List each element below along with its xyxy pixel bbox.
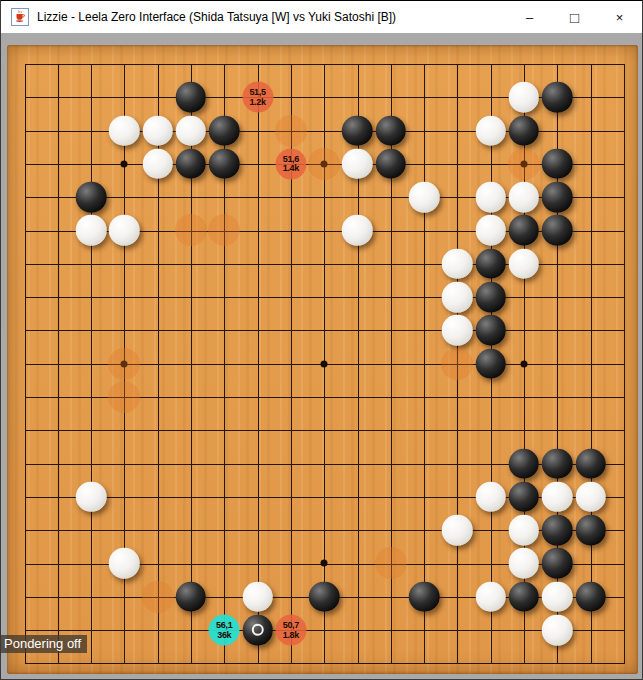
board-point[interactable] — [208, 380, 241, 413]
board-point[interactable] — [607, 347, 638, 380]
board-point[interactable]: 51,51.2k — [241, 81, 274, 114]
board-point[interactable] — [574, 414, 607, 447]
board-point[interactable] — [241, 214, 274, 247]
board-point[interactable]: 51,61.4k — [274, 147, 307, 180]
board-point[interactable] — [141, 280, 174, 313]
board-point[interactable] — [241, 514, 274, 547]
board-point[interactable] — [308, 314, 341, 347]
board-point[interactable] — [374, 414, 407, 447]
board-point[interactable] — [74, 514, 107, 547]
board-point[interactable] — [241, 414, 274, 447]
board-point[interactable] — [607, 81, 638, 114]
board-point[interactable] — [274, 181, 307, 214]
board-point[interactable] — [341, 380, 374, 413]
board-point[interactable] — [441, 81, 474, 114]
board-point[interactable] — [574, 81, 607, 114]
board-point[interactable] — [41, 47, 74, 80]
board-point[interactable] — [441, 514, 474, 547]
board-point[interactable] — [341, 580, 374, 613]
board-point[interactable] — [341, 447, 374, 480]
board-point[interactable] — [308, 81, 341, 114]
board-point[interactable] — [174, 580, 207, 613]
board-point[interactable] — [374, 447, 407, 480]
board-point[interactable] — [541, 214, 574, 247]
board-point[interactable] — [208, 47, 241, 80]
board-point[interactable] — [574, 214, 607, 247]
board-point[interactable] — [41, 81, 74, 114]
board-point[interactable] — [607, 247, 638, 280]
board-point[interactable] — [341, 480, 374, 513]
board-point[interactable] — [174, 380, 207, 413]
board-point[interactable] — [407, 147, 440, 180]
board-point[interactable] — [308, 613, 341, 646]
board-point[interactable] — [241, 314, 274, 347]
minimize-button[interactable]: – — [507, 1, 552, 33]
board-point[interactable] — [474, 214, 507, 247]
board-point[interactable] — [108, 214, 141, 247]
board-point[interactable] — [41, 514, 74, 547]
board-point[interactable] — [108, 280, 141, 313]
board-point[interactable] — [8, 280, 41, 313]
board-point[interactable] — [174, 147, 207, 180]
board-point[interactable] — [8, 47, 41, 80]
board-point[interactable] — [174, 480, 207, 513]
board-point[interactable] — [274, 81, 307, 114]
board-point[interactable] — [507, 414, 540, 447]
board-point[interactable] — [208, 147, 241, 180]
board-point[interactable] — [607, 314, 638, 347]
board-point[interactable] — [108, 81, 141, 114]
board-point[interactable] — [341, 514, 374, 547]
board-point[interactable] — [108, 147, 141, 180]
board-point[interactable] — [541, 147, 574, 180]
board-point[interactable] — [507, 347, 540, 380]
board-point[interactable] — [208, 547, 241, 580]
board-point[interactable] — [8, 181, 41, 214]
board-point[interactable] — [241, 280, 274, 313]
board-point[interactable] — [8, 114, 41, 147]
board-point[interactable] — [174, 613, 207, 646]
board-point[interactable] — [407, 414, 440, 447]
board-point[interactable] — [141, 181, 174, 214]
board-point[interactable] — [574, 580, 607, 613]
board-point[interactable] — [441, 547, 474, 580]
board-point[interactable] — [8, 147, 41, 180]
board-point[interactable] — [574, 347, 607, 380]
board-point[interactable] — [341, 181, 374, 214]
board-point[interactable] — [607, 380, 638, 413]
board-point[interactable] — [507, 81, 540, 114]
board-point[interactable] — [374, 214, 407, 247]
board-point[interactable] — [174, 280, 207, 313]
board-point[interactable] — [208, 480, 241, 513]
board-point[interactable] — [341, 147, 374, 180]
board-point[interactable] — [441, 647, 474, 674]
board-point[interactable] — [474, 647, 507, 674]
board-point[interactable] — [8, 514, 41, 547]
board-point[interactable] — [241, 47, 274, 80]
board-point[interactable] — [374, 647, 407, 674]
board-point[interactable] — [274, 514, 307, 547]
board-point[interactable] — [208, 214, 241, 247]
board-point[interactable] — [241, 147, 274, 180]
board-point[interactable] — [74, 47, 107, 80]
board-point[interactable] — [474, 514, 507, 547]
board-point[interactable] — [341, 247, 374, 280]
board-point[interactable] — [308, 247, 341, 280]
board-point[interactable] — [541, 547, 574, 580]
board-point[interactable] — [507, 181, 540, 214]
go-board[interactable]: 51,51.2k51,61.4k56,136k50,71.8k — [7, 45, 638, 674]
board-point[interactable] — [74, 114, 107, 147]
board-point[interactable] — [8, 414, 41, 447]
board-point[interactable] — [474, 81, 507, 114]
board-point[interactable] — [507, 214, 540, 247]
board-point[interactable] — [407, 314, 440, 347]
board-point[interactable] — [41, 214, 74, 247]
board-point[interactable] — [108, 447, 141, 480]
board-point[interactable] — [174, 447, 207, 480]
board-point[interactable] — [541, 114, 574, 147]
board-point[interactable] — [474, 314, 507, 347]
board-point[interactable] — [208, 347, 241, 380]
board-point[interactable]: 56,136k — [208, 613, 241, 646]
board-point[interactable] — [607, 480, 638, 513]
board-point[interactable] — [241, 114, 274, 147]
board-point[interactable] — [74, 314, 107, 347]
board-point[interactable] — [141, 547, 174, 580]
board-point[interactable] — [341, 47, 374, 80]
board-point[interactable] — [174, 214, 207, 247]
board-point[interactable] — [174, 114, 207, 147]
close-button[interactable]: × — [597, 1, 642, 33]
board-point[interactable] — [41, 247, 74, 280]
board-point[interactable] — [607, 447, 638, 480]
board-point[interactable] — [241, 447, 274, 480]
board-point[interactable] — [8, 380, 41, 413]
board-point[interactable] — [74, 447, 107, 480]
board-point[interactable] — [574, 647, 607, 674]
board-point[interactable] — [208, 81, 241, 114]
board-point[interactable] — [141, 314, 174, 347]
board-point[interactable] — [474, 613, 507, 646]
board-point[interactable] — [441, 347, 474, 380]
board-point[interactable] — [474, 47, 507, 80]
board-point[interactable] — [574, 181, 607, 214]
board-point[interactable] — [407, 247, 440, 280]
board-point[interactable] — [141, 580, 174, 613]
maximize-button[interactable]: □ — [552, 1, 597, 33]
board-point[interactable] — [274, 480, 307, 513]
board-point[interactable] — [208, 447, 241, 480]
board-point[interactable] — [308, 514, 341, 547]
board-point[interactable] — [141, 214, 174, 247]
board-point[interactable] — [174, 514, 207, 547]
board-point[interactable] — [308, 447, 341, 480]
board-point[interactable] — [507, 647, 540, 674]
board-point[interactable] — [474, 114, 507, 147]
board-point[interactable] — [607, 47, 638, 80]
board-point[interactable] — [274, 280, 307, 313]
board-point[interactable] — [308, 580, 341, 613]
board-point[interactable] — [208, 580, 241, 613]
board-point[interactable] — [8, 547, 41, 580]
board-point[interactable] — [541, 580, 574, 613]
board-point[interactable] — [141, 47, 174, 80]
board-point[interactable] — [574, 314, 607, 347]
board-point[interactable] — [308, 114, 341, 147]
board-point[interactable] — [407, 47, 440, 80]
board-point[interactable] — [308, 181, 341, 214]
board-point[interactable] — [441, 414, 474, 447]
board-point[interactable] — [108, 114, 141, 147]
board-point[interactable] — [407, 214, 440, 247]
board-point[interactable] — [507, 380, 540, 413]
move-suggestion[interactable]: 50,71.8k — [275, 615, 306, 646]
board-point[interactable] — [474, 447, 507, 480]
board-point[interactable] — [74, 81, 107, 114]
board-point[interactable] — [474, 247, 507, 280]
board-point[interactable] — [574, 547, 607, 580]
board-point[interactable] — [141, 514, 174, 547]
board-point[interactable] — [541, 380, 574, 413]
board-point[interactable] — [574, 380, 607, 413]
board-point[interactable] — [208, 514, 241, 547]
board-point[interactable] — [474, 347, 507, 380]
board-point[interactable] — [441, 47, 474, 80]
board-point[interactable] — [607, 214, 638, 247]
board-point[interactable] — [74, 214, 107, 247]
board-point[interactable] — [441, 480, 474, 513]
board-point[interactable] — [8, 480, 41, 513]
board-point[interactable] — [141, 613, 174, 646]
board-point[interactable] — [341, 414, 374, 447]
board-point[interactable] — [607, 514, 638, 547]
board-point[interactable] — [441, 214, 474, 247]
board-point[interactable] — [274, 47, 307, 80]
board-point[interactable] — [74, 280, 107, 313]
board-point[interactable] — [41, 580, 74, 613]
board-point[interactable] — [108, 47, 141, 80]
board-point[interactable] — [541, 47, 574, 80]
board-point[interactable] — [374, 480, 407, 513]
board-point[interactable] — [141, 414, 174, 447]
board-point[interactable] — [441, 580, 474, 613]
board-point[interactable] — [308, 414, 341, 447]
board-point[interactable] — [341, 114, 374, 147]
board-point[interactable] — [374, 147, 407, 180]
board-point[interactable] — [241, 547, 274, 580]
board-point[interactable] — [474, 414, 507, 447]
board-point[interactable] — [474, 280, 507, 313]
board-point[interactable] — [341, 347, 374, 380]
board-point[interactable] — [541, 314, 574, 347]
board-point[interactable] — [507, 613, 540, 646]
board-point[interactable] — [274, 114, 307, 147]
board-point[interactable] — [407, 81, 440, 114]
board-point[interactable]: 50,71.8k — [274, 613, 307, 646]
board-point[interactable] — [507, 114, 540, 147]
board-point[interactable] — [507, 480, 540, 513]
board-point[interactable] — [241, 247, 274, 280]
board-point[interactable] — [74, 181, 107, 214]
board-point[interactable] — [274, 214, 307, 247]
board-point[interactable] — [8, 214, 41, 247]
board-point[interactable] — [241, 480, 274, 513]
board-point[interactable] — [541, 414, 574, 447]
board-point[interactable] — [541, 280, 574, 313]
board-point[interactable] — [407, 347, 440, 380]
board-point[interactable] — [308, 647, 341, 674]
board-point[interactable] — [441, 314, 474, 347]
board-point[interactable] — [41, 547, 74, 580]
board-point[interactable] — [541, 514, 574, 547]
board-point[interactable] — [374, 514, 407, 547]
board-point[interactable] — [407, 114, 440, 147]
board-point[interactable] — [108, 580, 141, 613]
board-point[interactable] — [574, 247, 607, 280]
board-point[interactable] — [208, 247, 241, 280]
board-point[interactable] — [174, 647, 207, 674]
board-point[interactable] — [41, 280, 74, 313]
board-point[interactable] — [374, 280, 407, 313]
board-point[interactable] — [607, 580, 638, 613]
board-point[interactable] — [507, 447, 540, 480]
move-suggestion[interactable]: 51,61.4k — [275, 148, 306, 179]
board-point[interactable] — [41, 114, 74, 147]
board-point[interactable] — [407, 380, 440, 413]
board-point[interactable] — [41, 181, 74, 214]
board-point[interactable] — [607, 114, 638, 147]
board-point[interactable] — [441, 613, 474, 646]
board-point[interactable] — [8, 580, 41, 613]
board-point[interactable] — [74, 480, 107, 513]
board-point[interactable] — [407, 613, 440, 646]
board-point[interactable] — [507, 314, 540, 347]
board-point[interactable] — [74, 247, 107, 280]
board-point[interactable] — [374, 181, 407, 214]
board-point[interactable] — [208, 647, 241, 674]
board-point[interactable] — [541, 347, 574, 380]
board-point[interactable] — [141, 380, 174, 413]
board-point[interactable] — [441, 280, 474, 313]
board-point[interactable] — [374, 114, 407, 147]
board-point[interactable] — [374, 380, 407, 413]
board-point[interactable] — [308, 280, 341, 313]
board-point[interactable] — [441, 181, 474, 214]
board-point[interactable] — [474, 147, 507, 180]
board-point[interactable] — [474, 380, 507, 413]
board-point[interactable] — [274, 247, 307, 280]
board-point[interactable] — [8, 81, 41, 114]
board-point[interactable] — [341, 81, 374, 114]
board-point[interactable] — [108, 181, 141, 214]
board-point[interactable] — [141, 480, 174, 513]
board-point[interactable] — [108, 613, 141, 646]
board-point[interactable] — [541, 613, 574, 646]
board-point[interactable] — [74, 580, 107, 613]
board-point[interactable] — [74, 380, 107, 413]
board-point[interactable] — [407, 480, 440, 513]
board-point[interactable] — [574, 47, 607, 80]
board-point[interactable] — [208, 280, 241, 313]
board-point[interactable] — [474, 181, 507, 214]
board-point[interactable] — [108, 414, 141, 447]
board-point[interactable] — [274, 347, 307, 380]
board-point[interactable] — [241, 181, 274, 214]
board-point[interactable] — [441, 380, 474, 413]
board-point[interactable] — [541, 181, 574, 214]
board-point[interactable] — [108, 347, 141, 380]
board-point[interactable] — [407, 447, 440, 480]
board-point[interactable] — [374, 314, 407, 347]
board-point[interactable] — [208, 314, 241, 347]
board-point[interactable] — [108, 380, 141, 413]
board-point[interactable] — [341, 214, 374, 247]
board-point[interactable] — [507, 147, 540, 180]
board-point[interactable] — [341, 280, 374, 313]
board-point[interactable] — [541, 447, 574, 480]
board-point[interactable] — [308, 547, 341, 580]
board-point[interactable] — [374, 580, 407, 613]
board-point[interactable] — [174, 247, 207, 280]
board-point[interactable] — [108, 514, 141, 547]
board-point[interactable] — [507, 280, 540, 313]
board-point[interactable] — [607, 647, 638, 674]
board-point[interactable] — [108, 480, 141, 513]
board-point[interactable] — [541, 480, 574, 513]
board-point[interactable] — [341, 547, 374, 580]
board-point[interactable] — [407, 181, 440, 214]
board-point[interactable] — [374, 347, 407, 380]
board-point[interactable] — [74, 147, 107, 180]
board-point[interactable] — [541, 247, 574, 280]
board-point[interactable] — [241, 613, 274, 646]
board-point[interactable] — [607, 547, 638, 580]
board-point[interactable] — [241, 380, 274, 413]
board-point[interactable] — [141, 247, 174, 280]
board-point[interactable] — [541, 81, 574, 114]
board-point[interactable] — [407, 547, 440, 580]
board-point[interactable] — [507, 47, 540, 80]
board-point[interactable] — [274, 647, 307, 674]
board-point[interactable] — [41, 147, 74, 180]
board-point[interactable] — [407, 280, 440, 313]
board-point[interactable] — [241, 647, 274, 674]
board-point[interactable] — [308, 214, 341, 247]
board-point[interactable] — [108, 314, 141, 347]
board-point[interactable] — [308, 147, 341, 180]
board-point[interactable] — [474, 480, 507, 513]
board-point[interactable] — [141, 647, 174, 674]
board-point[interactable] — [441, 114, 474, 147]
board-point[interactable] — [174, 414, 207, 447]
board-point[interactable] — [41, 347, 74, 380]
board-point[interactable] — [208, 181, 241, 214]
board-point[interactable] — [574, 114, 607, 147]
board-point[interactable] — [141, 81, 174, 114]
board-point[interactable] — [74, 414, 107, 447]
board-point[interactable] — [8, 247, 41, 280]
board-point[interactable] — [607, 147, 638, 180]
board-point[interactable] — [8, 447, 41, 480]
board-point[interactable] — [174, 347, 207, 380]
board-point[interactable] — [574, 514, 607, 547]
board-point[interactable] — [441, 147, 474, 180]
board-point[interactable] — [108, 547, 141, 580]
board-point[interactable] — [574, 147, 607, 180]
board-point[interactable] — [507, 580, 540, 613]
